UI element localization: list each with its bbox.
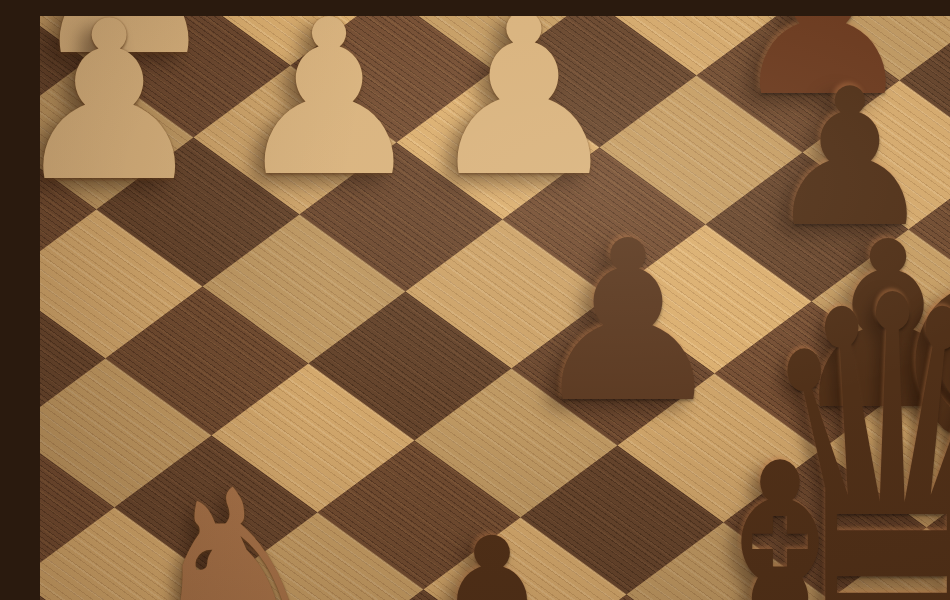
white-pawn[interactable]: ♟ [40, 16, 208, 212]
white-knight-partial[interactable]: ♞ [134, 451, 346, 600]
chessboard-photo: ♟♟♟♟♟♟♟♟♚♛♝♞♟ [40, 16, 950, 600]
white-pawn[interactable]: ♟ [424, 16, 623, 207]
black-bishop-partial[interactable]: ♝ [670, 426, 891, 600]
black-pawn[interactable]: ♟ [528, 211, 727, 433]
black-pawn-partial[interactable]: ♟ [391, 509, 593, 600]
white-pawn[interactable]: ♟ [233, 16, 426, 206]
